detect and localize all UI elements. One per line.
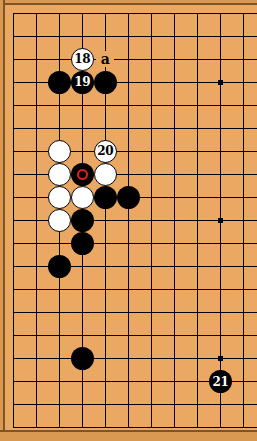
stone-white xyxy=(48,209,71,232)
grid-hline xyxy=(13,105,257,106)
point-label-a: a xyxy=(96,51,114,67)
grid-hline xyxy=(13,59,257,60)
stone-black xyxy=(71,347,94,370)
stone-white xyxy=(48,140,71,163)
stone-black xyxy=(94,71,117,94)
stone-black xyxy=(94,186,117,209)
grid-hline xyxy=(13,427,257,428)
grid-hline xyxy=(13,13,257,14)
star-point xyxy=(218,218,223,223)
stone-white xyxy=(48,186,71,209)
stone-black xyxy=(48,255,71,278)
board-frame-bottom xyxy=(0,430,257,441)
red-circle-marker xyxy=(77,169,88,180)
star-point xyxy=(218,80,223,85)
stone-number: 20 xyxy=(97,145,113,157)
stone-number: 19 xyxy=(74,76,90,88)
grid-hline xyxy=(13,243,257,244)
grid-hline xyxy=(13,128,257,129)
grid-hline xyxy=(13,289,257,290)
grid-hline xyxy=(13,404,257,405)
stone-number: 18 xyxy=(74,53,90,65)
stone-black-19: 19 xyxy=(71,71,94,94)
stone-white xyxy=(48,163,71,186)
stone-white-20: 20 xyxy=(94,140,117,163)
star-point xyxy=(218,356,223,361)
stone-white-18: 18 xyxy=(71,48,94,71)
stone-black xyxy=(117,186,140,209)
stone-white xyxy=(71,186,94,209)
stone-black xyxy=(71,209,94,232)
board-frame-top xyxy=(0,0,257,5)
stone-black-marked xyxy=(71,163,94,186)
stone-number: 21 xyxy=(213,376,229,388)
grid-hline xyxy=(13,36,257,37)
board-frame-left xyxy=(0,0,5,441)
stone-black xyxy=(71,232,94,255)
grid-hline xyxy=(13,312,257,313)
grid-hline xyxy=(13,335,257,336)
go-board-diagram: a18192021 xyxy=(0,0,257,441)
stone-white xyxy=(94,163,117,186)
stone-black xyxy=(48,71,71,94)
